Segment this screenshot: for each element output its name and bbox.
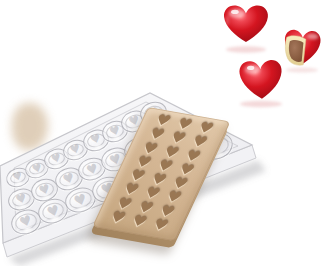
- heart-reflection: [286, 67, 318, 72]
- heart-reflection: [240, 101, 282, 107]
- chocolate-heart-bottom: [239, 60, 283, 100]
- product-photo: ♥♥♥♥♥♥♥♥♥♥♥♥♥♥♥♥♥♥♥♥♥♥♥♥ ♥♥♥♥♥♥♥♥♥♥♥♥♥♥♥…: [0, 0, 327, 266]
- chocolate-heart-cut: [283, 29, 321, 66]
- heart-reflection: [226, 46, 266, 52]
- chocolate-heart-top: [224, 6, 268, 42]
- chocolate-hearts: [0, 0, 327, 266]
